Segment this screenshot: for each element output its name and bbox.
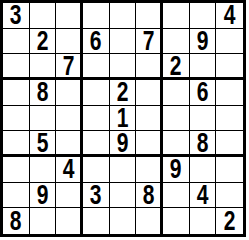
given-digit: 7: [62, 54, 74, 79]
cell-r5c5: 1: [110, 106, 137, 132]
cell-r5c1[interactable]: [3, 106, 30, 132]
given-digit: 9: [170, 157, 182, 183]
given-digit: 2: [37, 29, 49, 55]
cell-r5c4[interactable]: [83, 106, 110, 132]
cell-r7c8[interactable]: [190, 157, 217, 183]
given-digit: 8: [37, 80, 49, 106]
cell-r2c1[interactable]: [3, 29, 30, 55]
cell-r9c6[interactable]: [136, 208, 163, 234]
given-digit: 6: [90, 29, 102, 55]
cell-r1c9: 4: [216, 3, 243, 29]
cell-r2c8: 9: [190, 29, 217, 55]
cell-r6c8: 8: [190, 131, 217, 157]
cell-r2c7[interactable]: [163, 29, 190, 55]
cell-r4c2: 8: [30, 80, 57, 106]
cell-r1c7[interactable]: [163, 3, 190, 29]
given-digit: 8: [10, 208, 22, 234]
given-digit: 4: [62, 157, 74, 183]
cell-r5c7[interactable]: [163, 106, 190, 132]
cell-r1c3[interactable]: [56, 3, 83, 29]
given-digit: 1: [117, 106, 129, 132]
cell-r4c9[interactable]: [216, 80, 243, 106]
cell-r4c6[interactable]: [136, 80, 163, 106]
cell-r3c5[interactable]: [110, 54, 137, 80]
sudoku-board: 34267972826159849938482: [0, 0, 246, 237]
cell-r5c2[interactable]: [30, 106, 57, 132]
cell-r7c1[interactable]: [3, 157, 30, 183]
given-digit: 8: [197, 131, 209, 156]
given-digit: 4: [197, 183, 209, 209]
cell-r9c4[interactable]: [83, 208, 110, 234]
cell-r7c9[interactable]: [216, 157, 243, 183]
cell-r1c1: 3: [3, 3, 30, 29]
given-digit: 6: [197, 80, 209, 106]
cell-r6c6[interactable]: [136, 131, 163, 157]
cell-r7c3: 4: [56, 157, 83, 183]
given-digit: 9: [197, 29, 209, 55]
cell-r3c7: 2: [163, 54, 190, 80]
cell-r4c4[interactable]: [83, 80, 110, 106]
cell-r9c3[interactable]: [56, 208, 83, 234]
cell-r5c6[interactable]: [136, 106, 163, 132]
cell-r2c9[interactable]: [216, 29, 243, 55]
cell-r1c6[interactable]: [136, 3, 163, 29]
cell-r9c5[interactable]: [110, 208, 137, 234]
cell-r7c5[interactable]: [110, 157, 137, 183]
given-digit: 5: [37, 131, 49, 156]
cell-r4c8: 6: [190, 80, 217, 106]
cell-r8c7[interactable]: [163, 183, 190, 209]
cell-r7c7: 9: [163, 157, 190, 183]
cell-r4c7[interactable]: [163, 80, 190, 106]
cell-r4c1[interactable]: [3, 80, 30, 106]
cell-r8c4: 3: [83, 183, 110, 209]
cell-r2c4: 6: [83, 29, 110, 55]
cell-r6c9[interactable]: [216, 131, 243, 157]
cell-r8c3[interactable]: [56, 183, 83, 209]
cell-r2c3[interactable]: [56, 29, 83, 55]
given-digit: 9: [37, 183, 49, 209]
cell-r5c8[interactable]: [190, 106, 217, 132]
cell-r1c2[interactable]: [30, 3, 57, 29]
given-digit: 2: [170, 54, 182, 79]
cell-r2c6: 7: [136, 29, 163, 55]
cell-r9c8[interactable]: [190, 208, 217, 234]
given-digit: 7: [142, 29, 154, 55]
given-digit: 9: [117, 131, 129, 156]
cell-r2c2: 2: [30, 29, 57, 55]
sudoku-puzzle: 34267972826159849938482: [0, 0, 249, 240]
given-digit: 2: [117, 80, 129, 106]
cell-r2c5[interactable]: [110, 29, 137, 55]
cell-r3c3: 7: [56, 54, 83, 80]
cell-r8c8: 4: [190, 183, 217, 209]
cell-r7c2[interactable]: [30, 157, 57, 183]
cell-r3c1[interactable]: [3, 54, 30, 80]
cell-r9c7[interactable]: [163, 208, 190, 234]
cell-r8c2: 9: [30, 183, 57, 209]
cell-r7c4[interactable]: [83, 157, 110, 183]
cell-r3c2[interactable]: [30, 54, 57, 80]
cell-r6c5: 9: [110, 131, 137, 157]
cell-r9c9: 2: [216, 208, 243, 234]
cell-r4c5: 2: [110, 80, 137, 106]
cell-r3c4[interactable]: [83, 54, 110, 80]
cell-r4c3[interactable]: [56, 80, 83, 106]
cell-r6c2: 5: [30, 131, 57, 157]
cell-r3c6[interactable]: [136, 54, 163, 80]
cell-r6c4[interactable]: [83, 131, 110, 157]
cell-r6c7[interactable]: [163, 131, 190, 157]
given-digit: 4: [224, 3, 236, 29]
cell-r5c9[interactable]: [216, 106, 243, 132]
cell-r7c6[interactable]: [136, 157, 163, 183]
cell-r9c1: 8: [3, 208, 30, 234]
cell-r5c3[interactable]: [56, 106, 83, 132]
given-digit: 3: [10, 3, 22, 29]
given-digit: 3: [90, 183, 102, 209]
cell-r8c5[interactable]: [110, 183, 137, 209]
cell-r6c1[interactable]: [3, 131, 30, 157]
cell-r8c6: 8: [136, 183, 163, 209]
cell-r8c9[interactable]: [216, 183, 243, 209]
cell-r1c5[interactable]: [110, 3, 137, 29]
cell-r9c2[interactable]: [30, 208, 57, 234]
given-digit: 8: [142, 183, 154, 209]
given-digit: 2: [224, 208, 236, 234]
cell-r3c8[interactable]: [190, 54, 217, 80]
cell-r3c9[interactable]: [216, 54, 243, 80]
cell-r6c3[interactable]: [56, 131, 83, 157]
cell-r1c8[interactable]: [190, 3, 217, 29]
cell-r1c4[interactable]: [83, 3, 110, 29]
cell-r8c1[interactable]: [3, 183, 30, 209]
